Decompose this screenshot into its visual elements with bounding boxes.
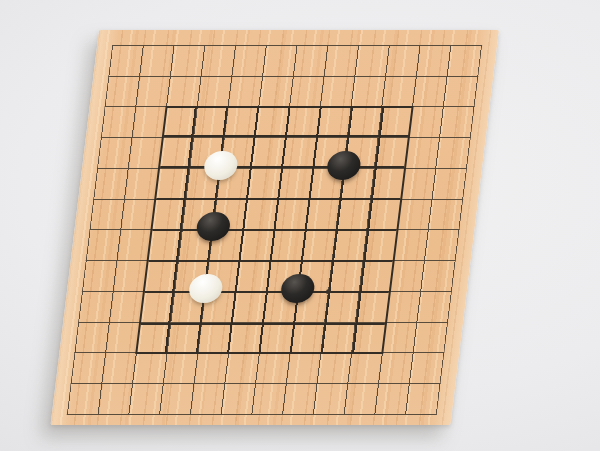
intersection-G1[interactable] <box>235 399 270 430</box>
intersection-B1[interactable] <box>81 399 116 430</box>
black-stone-H5[interactable] <box>280 274 317 303</box>
intersection-A2[interactable] <box>54 368 89 399</box>
intersection-B13[interactable] <box>126 30 161 61</box>
intersection-L3[interactable] <box>365 338 400 369</box>
intersection-M6[interactable] <box>407 245 442 276</box>
intersection-K5[interactable] <box>342 276 377 307</box>
intersection-B3[interactable] <box>88 338 123 369</box>
intersection-G13[interactable] <box>280 30 315 61</box>
intersection-E3[interactable] <box>181 338 216 369</box>
intersection-M11[interactable] <box>426 92 461 123</box>
intersection-G4[interactable] <box>246 307 281 338</box>
intersection-C11[interactable] <box>149 92 184 123</box>
intersection-L10[interactable] <box>391 122 426 153</box>
intersection-D5[interactable] <box>157 276 192 307</box>
intersection-C4[interactable] <box>123 307 158 338</box>
intersection-L4[interactable] <box>369 307 404 338</box>
intersection-D4[interactable] <box>154 307 189 338</box>
intersection-E11[interactable] <box>211 92 246 123</box>
intersection-M4[interactable] <box>400 307 435 338</box>
intersection-C5[interactable] <box>127 276 162 307</box>
intersection-F2[interactable] <box>208 368 243 399</box>
intersection-N7[interactable] <box>442 215 477 246</box>
intersection-J10[interactable] <box>330 122 365 153</box>
intersection-N1[interactable] <box>419 399 454 430</box>
intersection-H10[interactable] <box>299 122 334 153</box>
black-stone-E7[interactable] <box>195 212 232 241</box>
intersection-A3[interactable] <box>58 338 93 369</box>
board-intersections <box>50 30 499 430</box>
intersection-B12[interactable] <box>122 61 157 92</box>
intersection-A5[interactable] <box>65 276 100 307</box>
intersection-G12[interactable] <box>276 61 311 92</box>
intersection-F5[interactable] <box>219 276 254 307</box>
intersection-B8[interactable] <box>107 184 142 215</box>
intersection-E12[interactable] <box>215 61 250 92</box>
intersection-E4[interactable] <box>184 307 219 338</box>
intersection-E8[interactable] <box>199 184 234 215</box>
intersection-C1[interactable] <box>112 399 147 430</box>
intersection-F1[interactable] <box>204 399 239 430</box>
intersection-G9[interactable] <box>265 153 300 184</box>
intersection-N10[interactable] <box>453 122 488 153</box>
intersection-L8[interactable] <box>384 184 419 215</box>
intersection-F10[interactable] <box>238 122 273 153</box>
intersection-B4[interactable] <box>92 307 127 338</box>
intersection-G2[interactable] <box>238 368 273 399</box>
intersection-F9[interactable] <box>234 153 269 184</box>
intersection-J13[interactable] <box>341 30 376 61</box>
intersection-H9[interactable] <box>295 153 330 184</box>
intersection-A10[interactable] <box>84 122 119 153</box>
intersection-N6[interactable] <box>438 245 473 276</box>
intersection-K6[interactable] <box>346 245 381 276</box>
intersection-J2[interactable] <box>300 368 335 399</box>
intersection-A13[interactable] <box>95 30 130 61</box>
intersection-B2[interactable] <box>85 368 120 399</box>
intersection-M7[interactable] <box>411 215 446 246</box>
intersection-N3[interactable] <box>427 338 462 369</box>
intersection-H7[interactable] <box>288 215 323 246</box>
intersection-E6[interactable] <box>192 245 227 276</box>
intersection-J7[interactable] <box>319 215 354 246</box>
intersection-K2[interactable] <box>331 368 366 399</box>
intersection-L11[interactable] <box>395 92 430 123</box>
intersection-A4[interactable] <box>61 307 96 338</box>
intersection-L13[interactable] <box>403 30 438 61</box>
intersection-D6[interactable] <box>161 245 196 276</box>
intersection-N8[interactable] <box>445 184 480 215</box>
intersection-J6[interactable] <box>315 245 350 276</box>
intersection-L9[interactable] <box>388 153 423 184</box>
intersection-N12[interactable] <box>461 61 496 92</box>
intersection-E1[interactable] <box>173 399 208 430</box>
intersection-K13[interactable] <box>372 30 407 61</box>
intersection-K7[interactable] <box>349 215 384 246</box>
intersection-N13[interactable] <box>464 30 499 61</box>
intersection-M10[interactable] <box>422 122 457 153</box>
intersection-K8[interactable] <box>353 184 388 215</box>
intersection-M9[interactable] <box>418 153 453 184</box>
white-stone-E5[interactable] <box>187 274 224 303</box>
intersection-B10[interactable] <box>115 122 150 153</box>
intersection-C9[interactable] <box>142 153 177 184</box>
intersection-F3[interactable] <box>211 338 246 369</box>
intersection-D11[interactable] <box>180 92 215 123</box>
intersection-E10[interactable] <box>207 122 242 153</box>
intersection-M5[interactable] <box>403 276 438 307</box>
intersection-K10[interactable] <box>361 122 396 153</box>
intersection-N11[interactable] <box>457 92 492 123</box>
intersection-L7[interactable] <box>380 215 415 246</box>
intersection-A7[interactable] <box>73 215 108 246</box>
intersection-E5[interactable] <box>188 276 223 307</box>
intersection-K11[interactable] <box>365 92 400 123</box>
intersection-J9[interactable] <box>326 153 361 184</box>
intersection-H4[interactable] <box>277 307 312 338</box>
intersection-H12[interactable] <box>307 61 342 92</box>
intersection-C10[interactable] <box>145 122 180 153</box>
intersection-D12[interactable] <box>184 61 219 92</box>
white-stone-E9[interactable] <box>203 151 240 180</box>
board-grid-13x13 <box>67 45 482 415</box>
intersection-F11[interactable] <box>242 92 277 123</box>
intersection-K9[interactable] <box>357 153 392 184</box>
intersection-D7[interactable] <box>165 215 200 246</box>
intersection-C12[interactable] <box>153 61 188 92</box>
intersection-G5[interactable] <box>250 276 285 307</box>
intersection-M3[interactable] <box>396 338 431 369</box>
photo-backdrop <box>0 0 600 451</box>
intersection-N4[interactable] <box>430 307 465 338</box>
star-point-J5 <box>326 289 332 294</box>
intersection-E2[interactable] <box>177 368 212 399</box>
intersection-B9[interactable] <box>111 153 146 184</box>
intersection-H5[interactable] <box>280 276 315 307</box>
intersection-D8[interactable] <box>169 184 204 215</box>
intersection-C13[interactable] <box>157 30 192 61</box>
intersection-H6[interactable] <box>284 245 319 276</box>
intersection-A12[interactable] <box>92 61 127 92</box>
intersection-A1[interactable] <box>50 399 85 430</box>
intersection-H1[interactable] <box>265 399 300 430</box>
intersection-A8[interactable] <box>76 184 111 215</box>
intersection-G6[interactable] <box>253 245 288 276</box>
intersection-E7[interactable] <box>196 215 231 246</box>
intersection-J11[interactable] <box>334 92 369 123</box>
black-stone-J9[interactable] <box>326 151 363 180</box>
intersection-G11[interactable] <box>272 92 307 123</box>
intersection-F13[interactable] <box>249 30 284 61</box>
intersection-C3[interactable] <box>119 338 154 369</box>
intersection-B11[interactable] <box>119 92 154 123</box>
intersection-A6[interactable] <box>69 245 104 276</box>
intersection-N5[interactable] <box>434 276 469 307</box>
intersection-J1[interactable] <box>296 399 331 430</box>
intersection-C8[interactable] <box>138 184 173 215</box>
intersection-C6[interactable] <box>130 245 165 276</box>
intersection-A9[interactable] <box>80 153 115 184</box>
intersection-M8[interactable] <box>415 184 450 215</box>
intersection-E9[interactable] <box>203 153 238 184</box>
intersection-H11[interactable] <box>303 92 338 123</box>
intersection-H3[interactable] <box>273 338 308 369</box>
intersection-F4[interactable] <box>215 307 250 338</box>
intersection-C7[interactable] <box>134 215 169 246</box>
intersection-J5[interactable] <box>311 276 346 307</box>
intersection-N9[interactable] <box>449 153 484 184</box>
intersection-B7[interactable] <box>103 215 138 246</box>
intersection-M2[interactable] <box>392 368 427 399</box>
intersection-F6[interactable] <box>223 245 258 276</box>
intersection-L5[interactable] <box>373 276 408 307</box>
intersection-N2[interactable] <box>423 368 458 399</box>
intersection-G3[interactable] <box>242 338 277 369</box>
intersection-F7[interactable] <box>226 215 261 246</box>
intersection-E13[interactable] <box>218 30 253 61</box>
intersection-F8[interactable] <box>230 184 265 215</box>
intersection-D9[interactable] <box>172 153 207 184</box>
intersection-B5[interactable] <box>96 276 131 307</box>
intersection-K4[interactable] <box>338 307 373 338</box>
intersection-C2[interactable] <box>115 368 150 399</box>
intersection-D3[interactable] <box>150 338 185 369</box>
intersection-B6[interactable] <box>100 245 135 276</box>
intersection-M1[interactable] <box>388 399 423 430</box>
intersection-G8[interactable] <box>261 184 296 215</box>
intersection-G10[interactable] <box>268 122 303 153</box>
intersection-M13[interactable] <box>434 30 469 61</box>
intersection-K1[interactable] <box>327 399 362 430</box>
intersection-K12[interactable] <box>368 61 403 92</box>
intersection-J12[interactable] <box>338 61 373 92</box>
intersection-L12[interactable] <box>399 61 434 92</box>
intersection-F12[interactable] <box>245 61 280 92</box>
intersection-G7[interactable] <box>257 215 292 246</box>
intersection-L1[interactable] <box>358 399 393 430</box>
intersection-D1[interactable] <box>142 399 177 430</box>
intersection-A11[interactable] <box>88 92 123 123</box>
intersection-M12[interactable] <box>430 61 465 92</box>
intersection-H13[interactable] <box>311 30 346 61</box>
intersection-D10[interactable] <box>176 122 211 153</box>
intersection-H2[interactable] <box>269 368 304 399</box>
intersection-L2[interactable] <box>361 368 396 399</box>
go-board <box>51 30 499 425</box>
intersection-J8[interactable] <box>322 184 357 215</box>
intersection-H8[interactable] <box>292 184 327 215</box>
intersection-D13[interactable] <box>188 30 223 61</box>
intersection-J4[interactable] <box>307 307 342 338</box>
intersection-J3[interactable] <box>304 338 339 369</box>
intersection-L6[interactable] <box>376 245 411 276</box>
intersection-K3[interactable] <box>334 338 369 369</box>
intersection-D2[interactable] <box>146 368 181 399</box>
